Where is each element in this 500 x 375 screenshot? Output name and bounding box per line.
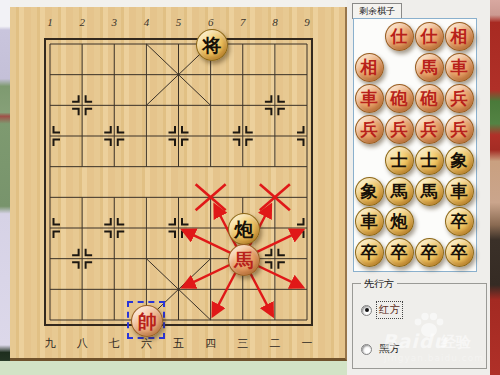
app-window: 123456789九八七六五四三二一 将炮馬帥 剩余棋子 仕仕相相馬車車砲砲兵兵… xyxy=(0,0,500,375)
first-move-group: 先行方 红方黑方 xyxy=(352,283,487,369)
radio-circle[interactable] xyxy=(361,344,372,355)
side-panel: 剩余棋子 仕仕相相馬車車砲砲兵兵兵兵兵士士象象馬馬車車炮卒卒卒卒卒 先行方 红方… xyxy=(347,0,490,375)
tray-piece-black[interactable]: 車 xyxy=(355,207,384,236)
tray-piece-black[interactable]: 馬 xyxy=(415,177,444,206)
piece-black-cannon[interactable]: 炮 xyxy=(228,213,260,245)
radio-circle[interactable] xyxy=(361,305,372,316)
tray-piece-black[interactable]: 卒 xyxy=(445,238,474,267)
piece-red-horse[interactable]: 馬 xyxy=(228,244,260,276)
bottom-strip xyxy=(0,361,347,375)
tray-piece-red[interactable]: 仕 xyxy=(415,22,444,51)
background-photo-strip xyxy=(490,0,500,375)
tray-piece-red[interactable]: 相 xyxy=(355,53,384,82)
piece-tray: 仕仕相相馬車車砲砲兵兵兵兵兵士士象象馬馬車車炮卒卒卒卒卒 xyxy=(353,18,477,272)
tray-piece-red[interactable]: 兵 xyxy=(415,115,444,144)
tray-piece-red[interactable]: 兵 xyxy=(445,84,474,113)
move-arrows xyxy=(10,0,347,358)
tray-piece-black[interactable]: 卒 xyxy=(415,238,444,267)
first-move-title: 先行方 xyxy=(361,277,397,291)
tray-piece-red[interactable]: 砲 xyxy=(415,84,444,113)
tray-tab[interactable]: 剩余棋子 xyxy=(352,3,402,19)
radio-option-red[interactable]: 红方 xyxy=(361,302,402,318)
tray-piece-red[interactable]: 馬 xyxy=(415,53,444,82)
tray-piece-black[interactable]: 馬 xyxy=(385,177,414,206)
tray-piece-red[interactable]: 相 xyxy=(445,22,474,51)
piece-black-general[interactable]: 将 xyxy=(196,29,228,61)
board-area[interactable]: 123456789九八七六五四三二一 将炮馬帥 xyxy=(10,0,347,361)
tray-piece-black[interactable]: 卒 xyxy=(385,238,414,267)
tray-piece-black[interactable]: 士 xyxy=(415,146,444,175)
tray-piece-red[interactable]: 砲 xyxy=(385,84,414,113)
tray-piece-black[interactable]: 士 xyxy=(385,146,414,175)
tray-piece-red[interactable]: 仕 xyxy=(385,22,414,51)
tray-piece-red[interactable]: 兵 xyxy=(355,115,384,144)
radio-label: 红方 xyxy=(377,302,402,318)
tray-piece-red[interactable]: 兵 xyxy=(445,115,474,144)
tray-piece-black[interactable]: 象 xyxy=(445,146,474,175)
tray-piece-black[interactable]: 卒 xyxy=(355,238,384,267)
background-left-strip xyxy=(0,0,10,375)
tray-piece-black[interactable]: 卒 xyxy=(445,207,474,236)
radio-option-black[interactable]: 黑方 xyxy=(361,341,402,357)
tray-piece-black[interactable]: 車 xyxy=(445,177,474,206)
tray-piece-red[interactable]: 車 xyxy=(445,53,474,82)
tray-piece-black[interactable]: 炮 xyxy=(385,207,414,236)
tray-piece-red[interactable]: 車 xyxy=(355,84,384,113)
tray-piece-black[interactable]: 象 xyxy=(355,177,384,206)
radio-label: 黑方 xyxy=(377,341,402,357)
tray-piece-red[interactable]: 兵 xyxy=(385,115,414,144)
